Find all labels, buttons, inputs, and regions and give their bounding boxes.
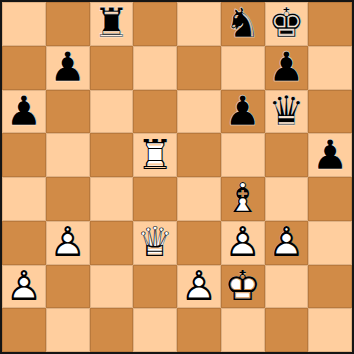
square-h1[interactable]: [308, 308, 352, 352]
square-h2[interactable]: [308, 265, 352, 309]
white-rook-fill: ♜: [133, 133, 177, 177]
square-e7[interactable]: [177, 46, 221, 90]
square-c5[interactable]: [90, 133, 134, 177]
square-e2[interactable]: ♟♙: [177, 265, 221, 309]
square-d6[interactable]: [133, 90, 177, 134]
square-b7[interactable]: ♟: [46, 46, 90, 90]
chess-board: ♜♞♚♟♟♟♟♛♜♖♟♝♗♟♙♛♕♟♙♟♙♟♙♟♙♚♔: [2, 2, 352, 352]
piece-black-king[interactable]: ♚: [265, 2, 309, 46]
piece-white-pawn[interactable]: ♙: [265, 221, 309, 265]
square-g4[interactable]: [265, 177, 309, 221]
square-c6[interactable]: [90, 90, 134, 134]
piece-white-king[interactable]: ♔: [221, 265, 265, 309]
white-pawn-fill: ♟: [221, 221, 265, 265]
square-c3[interactable]: [90, 221, 134, 265]
square-a3[interactable]: [2, 221, 46, 265]
square-a1[interactable]: [2, 308, 46, 352]
piece-black-pawn[interactable]: ♟: [308, 133, 352, 177]
white-bishop-fill: ♝: [221, 177, 265, 221]
square-d2[interactable]: [133, 265, 177, 309]
square-b3[interactable]: ♟♙: [46, 221, 90, 265]
square-f3[interactable]: ♟♙: [221, 221, 265, 265]
piece-white-pawn[interactable]: ♙: [177, 265, 221, 309]
square-c1[interactable]: [90, 308, 134, 352]
square-f6[interactable]: ♟: [221, 90, 265, 134]
square-c7[interactable]: [90, 46, 134, 90]
white-queen-fill: ♛: [133, 221, 177, 265]
square-h4[interactable]: [308, 177, 352, 221]
square-e6[interactable]: [177, 90, 221, 134]
square-e4[interactable]: [177, 177, 221, 221]
piece-black-knight[interactable]: ♞: [221, 2, 265, 46]
square-d1[interactable]: [133, 308, 177, 352]
square-f5[interactable]: [221, 133, 265, 177]
square-h6[interactable]: [308, 90, 352, 134]
square-a4[interactable]: [2, 177, 46, 221]
square-c2[interactable]: [90, 265, 134, 309]
square-a5[interactable]: [2, 133, 46, 177]
piece-black-pawn[interactable]: ♟: [265, 46, 309, 90]
square-b1[interactable]: [46, 308, 90, 352]
square-f7[interactable]: [221, 46, 265, 90]
piece-black-rook[interactable]: ♜: [90, 2, 134, 46]
square-a6[interactable]: ♟: [2, 90, 46, 134]
piece-white-queen[interactable]: ♕: [133, 221, 177, 265]
square-b6[interactable]: [46, 90, 90, 134]
square-f2[interactable]: ♚♔: [221, 265, 265, 309]
square-a7[interactable]: [2, 46, 46, 90]
piece-black-pawn[interactable]: ♟: [46, 46, 90, 90]
piece-white-rook[interactable]: ♖: [133, 133, 177, 177]
square-d5[interactable]: ♜♖: [133, 133, 177, 177]
white-pawn-fill: ♟: [46, 221, 90, 265]
square-b4[interactable]: [46, 177, 90, 221]
square-g5[interactable]: [265, 133, 309, 177]
square-a8[interactable]: [2, 2, 46, 46]
square-e5[interactable]: [177, 133, 221, 177]
square-d3[interactable]: ♛♕: [133, 221, 177, 265]
white-pawn-fill: ♟: [2, 265, 46, 309]
square-d8[interactable]: [133, 2, 177, 46]
square-e8[interactable]: [177, 2, 221, 46]
white-pawn-fill: ♟: [265, 221, 309, 265]
white-king-fill: ♚: [221, 265, 265, 309]
square-d4[interactable]: [133, 177, 177, 221]
square-d7[interactable]: [133, 46, 177, 90]
square-a2[interactable]: ♟♙: [2, 265, 46, 309]
square-h8[interactable]: [308, 2, 352, 46]
piece-white-pawn[interactable]: ♙: [221, 221, 265, 265]
square-h5[interactable]: ♟: [308, 133, 352, 177]
square-b8[interactable]: [46, 2, 90, 46]
piece-white-bishop[interactable]: ♗: [221, 177, 265, 221]
square-g6[interactable]: ♛: [265, 90, 309, 134]
square-c4[interactable]: [90, 177, 134, 221]
piece-black-pawn[interactable]: ♟: [221, 90, 265, 134]
square-e3[interactable]: [177, 221, 221, 265]
board-frame: ♜♞♚♟♟♟♟♛♜♖♟♝♗♟♙♛♕♟♙♟♙♟♙♟♙♚♔: [0, 0, 354, 354]
square-h7[interactable]: [308, 46, 352, 90]
square-g1[interactable]: [265, 308, 309, 352]
piece-black-pawn[interactable]: ♟: [2, 90, 46, 134]
square-c8[interactable]: ♜: [90, 2, 134, 46]
piece-white-pawn[interactable]: ♙: [46, 221, 90, 265]
square-g3[interactable]: ♟♙: [265, 221, 309, 265]
piece-white-pawn[interactable]: ♙: [2, 265, 46, 309]
square-f1[interactable]: [221, 308, 265, 352]
square-e1[interactable]: [177, 308, 221, 352]
square-f8[interactable]: ♞: [221, 2, 265, 46]
square-b5[interactable]: [46, 133, 90, 177]
square-g7[interactable]: ♟: [265, 46, 309, 90]
square-f4[interactable]: ♝♗: [221, 177, 265, 221]
piece-black-queen[interactable]: ♛: [265, 90, 309, 134]
square-b2[interactable]: [46, 265, 90, 309]
white-pawn-fill: ♟: [177, 265, 221, 309]
square-g2[interactable]: [265, 265, 309, 309]
square-g8[interactable]: ♚: [265, 2, 309, 46]
square-h3[interactable]: [308, 221, 352, 265]
